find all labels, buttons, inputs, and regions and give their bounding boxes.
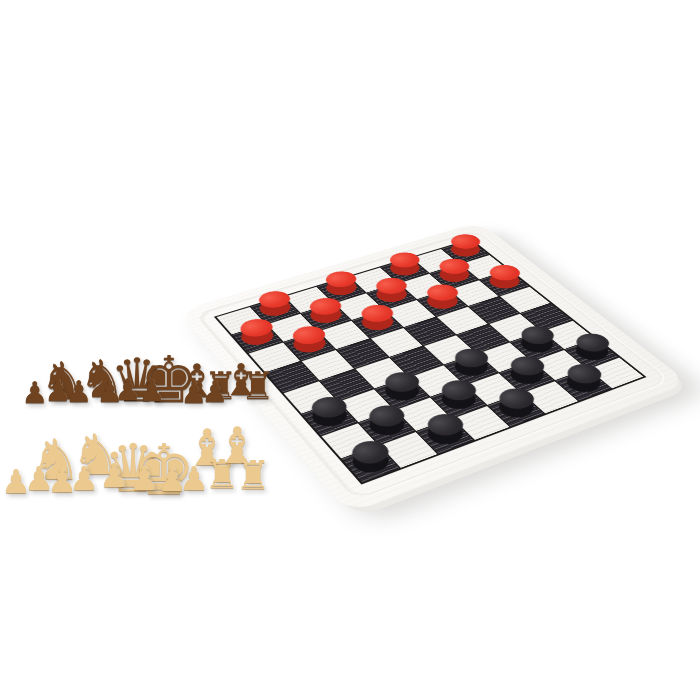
chess-pieces-tray: ♞♞♛♚♝♜♝♜♟♟♟♟♟♟♟♟♞♞♛♚♝♜♝♜♟♟♟♟♟♟♟♟ [0,0,700,700]
chess-light-pawn-4[interactable]: ♟ [69,462,99,495]
chess-light-rook-2[interactable]: ♜ [235,455,271,495]
chess-dark-rook-2[interactable]: ♜ [241,367,275,405]
chess-dark-pawn-6[interactable]: ♟ [139,376,166,406]
chess-dark-pawn-3[interactable]: ♟ [66,377,93,407]
chess-light-pawn-5[interactable]: ♟ [99,459,129,492]
chess-light-pawn-8[interactable]: ♟ [179,462,209,495]
chess-light-pawn-6[interactable]: ♟ [129,462,159,495]
chess-dark-pawn-5[interactable]: ♟ [115,375,142,405]
chess-dark-pawn-8[interactable]: ♟ [202,377,229,407]
